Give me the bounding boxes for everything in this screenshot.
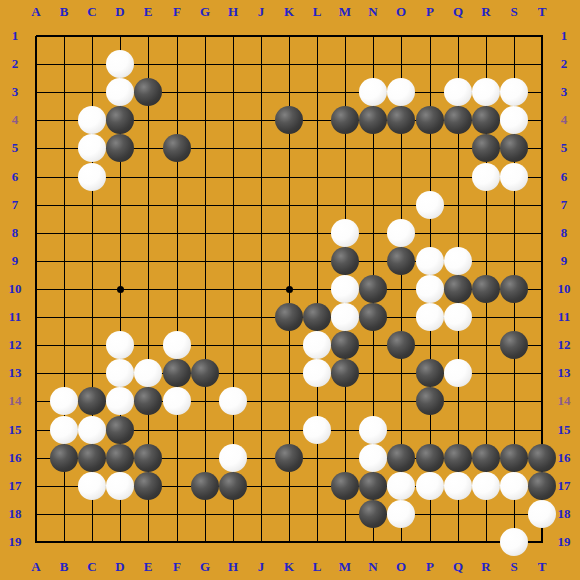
intersection-O13[interactable] (387, 359, 415, 387)
intersection-K8[interactable] (275, 219, 303, 247)
intersection-C18[interactable] (78, 500, 106, 528)
intersection-E7[interactable] (134, 191, 162, 219)
intersection-H1[interactable] (219, 22, 247, 50)
stone-black-N10 (359, 275, 387, 303)
intersection-C11[interactable] (78, 303, 106, 331)
intersection-K10[interactable] (275, 275, 303, 303)
intersection-G3[interactable] (191, 78, 219, 106)
intersection-D6[interactable] (106, 163, 134, 191)
intersection-E4[interactable] (134, 106, 162, 134)
intersection-L7[interactable] (303, 191, 331, 219)
col-label-bottom-M: M (334, 559, 356, 575)
intersection-F18[interactable] (163, 500, 191, 528)
intersection-J17[interactable] (247, 472, 275, 500)
intersection-Q15[interactable] (444, 416, 472, 444)
intersection-J19[interactable] (247, 528, 275, 556)
stone-black-H17 (219, 472, 247, 500)
col-label-bottom-R: R (475, 559, 497, 575)
intersection-O14[interactable] (387, 387, 415, 415)
intersection-J1[interactable] (247, 22, 275, 50)
intersection-C2[interactable] (78, 50, 106, 78)
stone-black-P13 (416, 359, 444, 387)
intersection-Q14[interactable] (444, 387, 472, 415)
intersection-Q5[interactable] (444, 134, 472, 162)
intersection-H7[interactable] (219, 191, 247, 219)
intersection-P3[interactable] (416, 78, 444, 106)
intersection-T4[interactable] (528, 106, 556, 134)
intersection-K1[interactable] (275, 22, 303, 50)
intersection-H6[interactable] (219, 163, 247, 191)
intersection-N13[interactable] (359, 359, 387, 387)
intersection-F4[interactable] (163, 106, 191, 134)
intersection-B12[interactable] (50, 331, 78, 359)
intersection-G11[interactable] (191, 303, 219, 331)
intersection-E15[interactable] (134, 416, 162, 444)
intersection-B2[interactable] (50, 50, 78, 78)
intersection-P15[interactable] (416, 416, 444, 444)
intersection-A1[interactable] (22, 22, 50, 50)
intersection-H19[interactable] (219, 528, 247, 556)
intersection-M16[interactable] (331, 444, 359, 472)
intersection-H5[interactable] (219, 134, 247, 162)
intersection-O5[interactable] (387, 134, 415, 162)
intersection-A2[interactable] (22, 50, 50, 78)
intersection-B3[interactable] (50, 78, 78, 106)
intersection-K7[interactable] (275, 191, 303, 219)
intersection-N1[interactable] (359, 22, 387, 50)
col-label-bottom-S: S (503, 559, 525, 575)
intersection-T9[interactable] (528, 247, 556, 275)
stone-black-E17 (134, 472, 162, 500)
intersection-O7[interactable] (387, 191, 415, 219)
intersection-G5[interactable] (191, 134, 219, 162)
intersection-C9[interactable] (78, 247, 106, 275)
intersection-B11[interactable] (50, 303, 78, 331)
intersection-N9[interactable] (359, 247, 387, 275)
intersection-C13[interactable] (78, 359, 106, 387)
intersection-M3[interactable] (331, 78, 359, 106)
intersection-Q12[interactable] (444, 331, 472, 359)
intersection-F1[interactable] (163, 22, 191, 50)
intersection-A13[interactable] (22, 359, 50, 387)
intersection-J16[interactable] (247, 444, 275, 472)
intersection-D19[interactable] (106, 528, 134, 556)
intersection-J12[interactable] (247, 331, 275, 359)
stone-black-P16 (416, 444, 444, 472)
col-label-top-F: F (166, 4, 188, 20)
intersection-L18[interactable] (303, 500, 331, 528)
intersection-M5[interactable] (331, 134, 359, 162)
intersection-J3[interactable] (247, 78, 275, 106)
intersection-O2[interactable] (387, 50, 415, 78)
intersection-F9[interactable] (163, 247, 191, 275)
stone-black-E14 (134, 387, 162, 415)
intersection-S1[interactable] (500, 22, 528, 50)
intersection-G8[interactable] (191, 219, 219, 247)
intersection-E11[interactable] (134, 303, 162, 331)
intersection-A11[interactable] (22, 303, 50, 331)
intersection-E8[interactable] (134, 219, 162, 247)
intersection-P5[interactable] (416, 134, 444, 162)
intersection-L19[interactable] (303, 528, 331, 556)
stone-white-Q9 (444, 247, 472, 275)
intersection-J5[interactable] (247, 134, 275, 162)
intersection-G9[interactable] (191, 247, 219, 275)
intersection-E6[interactable] (134, 163, 162, 191)
intersection-R9[interactable] (472, 247, 500, 275)
intersection-G15[interactable] (191, 416, 219, 444)
intersection-L17[interactable] (303, 472, 331, 500)
intersection-P19[interactable] (416, 528, 444, 556)
col-label-bottom-C: C (81, 559, 103, 575)
intersection-N7[interactable] (359, 191, 387, 219)
intersection-S9[interactable] (500, 247, 528, 275)
col-label-top-N: N (362, 4, 384, 20)
intersection-N12[interactable] (359, 331, 387, 359)
intersection-J15[interactable] (247, 416, 275, 444)
intersection-L14[interactable] (303, 387, 331, 415)
intersection-P2[interactable] (416, 50, 444, 78)
stone-white-N15 (359, 416, 387, 444)
intersection-A7[interactable] (22, 191, 50, 219)
intersection-T15[interactable] (528, 416, 556, 444)
intersection-O19[interactable] (387, 528, 415, 556)
intersection-A8[interactable] (22, 219, 50, 247)
intersection-H11[interactable] (219, 303, 247, 331)
intersection-J4[interactable] (247, 106, 275, 134)
intersection-C8[interactable] (78, 219, 106, 247)
intersection-J14[interactable] (247, 387, 275, 415)
intersection-E12[interactable] (134, 331, 162, 359)
intersection-P1[interactable] (416, 22, 444, 50)
intersection-Q7[interactable] (444, 191, 472, 219)
intersection-R18[interactable] (472, 500, 500, 528)
col-label-bottom-K: K (278, 559, 300, 575)
intersection-S18[interactable] (500, 500, 528, 528)
intersection-C19[interactable] (78, 528, 106, 556)
intersection-L1[interactable] (303, 22, 331, 50)
intersection-H15[interactable] (219, 416, 247, 444)
stone-black-T17 (528, 472, 556, 500)
intersection-E10[interactable] (134, 275, 162, 303)
intersection-A5[interactable] (22, 134, 50, 162)
intersection-M15[interactable] (331, 416, 359, 444)
intersection-J13[interactable] (247, 359, 275, 387)
intersection-C10[interactable] (78, 275, 106, 303)
intersection-H4[interactable] (219, 106, 247, 134)
intersection-Q6[interactable] (444, 163, 472, 191)
intersection-F8[interactable] (163, 219, 191, 247)
intersection-R13[interactable] (472, 359, 500, 387)
stone-black-D5 (106, 134, 134, 162)
intersection-H13[interactable] (219, 359, 247, 387)
intersection-G10[interactable] (191, 275, 219, 303)
intersection-E5[interactable] (134, 134, 162, 162)
intersection-L3[interactable] (303, 78, 331, 106)
col-label-bottom-O: O (390, 559, 412, 575)
intersection-A18[interactable] (22, 500, 50, 528)
intersection-G19[interactable] (191, 528, 219, 556)
intersection-F17[interactable] (163, 472, 191, 500)
intersection-K13[interactable] (275, 359, 303, 387)
stone-black-K16 (275, 444, 303, 472)
intersection-C3[interactable] (78, 78, 106, 106)
intersection-S11[interactable] (500, 303, 528, 331)
intersection-A9[interactable] (22, 247, 50, 275)
intersection-R2[interactable] (472, 50, 500, 78)
intersection-K5[interactable] (275, 134, 303, 162)
intersection-D9[interactable] (106, 247, 134, 275)
intersection-O10[interactable] (387, 275, 415, 303)
intersection-G14[interactable] (191, 387, 219, 415)
intersection-A4[interactable] (22, 106, 50, 134)
intersection-A16[interactable] (22, 444, 50, 472)
intersection-C1[interactable] (78, 22, 106, 50)
intersection-L9[interactable] (303, 247, 331, 275)
intersection-T2[interactable] (528, 50, 556, 78)
intersection-M19[interactable] (331, 528, 359, 556)
stone-black-R4 (472, 106, 500, 134)
intersection-J2[interactable] (247, 50, 275, 78)
intersection-R1[interactable] (472, 22, 500, 50)
col-label-top-M: M (334, 4, 356, 20)
col-label-top-S: S (503, 4, 525, 20)
col-label-bottom-F: F (166, 559, 188, 575)
intersection-T13[interactable] (528, 359, 556, 387)
intersection-J9[interactable] (247, 247, 275, 275)
intersection-S8[interactable] (500, 219, 528, 247)
intersection-H8[interactable] (219, 219, 247, 247)
intersection-L5[interactable] (303, 134, 331, 162)
intersection-F10[interactable] (163, 275, 191, 303)
intersection-K2[interactable] (275, 50, 303, 78)
intersection-K18[interactable] (275, 500, 303, 528)
intersection-L10[interactable] (303, 275, 331, 303)
intersection-S7[interactable] (500, 191, 528, 219)
intersection-J8[interactable] (247, 219, 275, 247)
intersection-A17[interactable] (22, 472, 50, 500)
intersection-F19[interactable] (163, 528, 191, 556)
intersection-L4[interactable] (303, 106, 331, 134)
intersection-T10[interactable] (528, 275, 556, 303)
intersection-B5[interactable] (50, 134, 78, 162)
intersection-S15[interactable] (500, 416, 528, 444)
stone-white-B14 (50, 387, 78, 415)
stone-black-D4 (106, 106, 134, 134)
intersection-M18[interactable] (331, 500, 359, 528)
intersection-N2[interactable] (359, 50, 387, 78)
intersection-M6[interactable] (331, 163, 359, 191)
intersection-C12[interactable] (78, 331, 106, 359)
intersection-Q2[interactable] (444, 50, 472, 78)
intersection-H9[interactable] (219, 247, 247, 275)
intersection-R14[interactable] (472, 387, 500, 415)
intersection-H10[interactable] (219, 275, 247, 303)
intersection-M7[interactable] (331, 191, 359, 219)
intersection-H18[interactable] (219, 500, 247, 528)
intersection-B13[interactable] (50, 359, 78, 387)
intersection-L6[interactable] (303, 163, 331, 191)
intersection-P6[interactable] (416, 163, 444, 191)
intersection-R12[interactable] (472, 331, 500, 359)
intersection-A12[interactable] (22, 331, 50, 359)
intersection-K19[interactable] (275, 528, 303, 556)
intersection-A14[interactable] (22, 387, 50, 415)
intersection-T19[interactable] (528, 528, 556, 556)
intersection-B18[interactable] (50, 500, 78, 528)
intersection-T12[interactable] (528, 331, 556, 359)
intersection-O11[interactable] (387, 303, 415, 331)
intersection-T6[interactable] (528, 163, 556, 191)
intersection-K3[interactable] (275, 78, 303, 106)
stone-white-T18 (528, 500, 556, 528)
intersection-K14[interactable] (275, 387, 303, 415)
intersection-P12[interactable] (416, 331, 444, 359)
intersection-B1[interactable] (50, 22, 78, 50)
intersection-T5[interactable] (528, 134, 556, 162)
stone-black-D15 (106, 416, 134, 444)
intersection-A6[interactable] (22, 163, 50, 191)
intersection-J18[interactable] (247, 500, 275, 528)
intersection-H3[interactable] (219, 78, 247, 106)
intersection-A10[interactable] (22, 275, 50, 303)
stone-white-S4 (500, 106, 528, 134)
intersection-P8[interactable] (416, 219, 444, 247)
stone-white-C17 (78, 472, 106, 500)
intersection-E1[interactable] (134, 22, 162, 50)
intersection-O15[interactable] (387, 416, 415, 444)
intersection-J7[interactable] (247, 191, 275, 219)
intersection-B10[interactable] (50, 275, 78, 303)
intersection-K15[interactable] (275, 416, 303, 444)
intersection-B17[interactable] (50, 472, 78, 500)
intersection-A3[interactable] (22, 78, 50, 106)
intersection-G4[interactable] (191, 106, 219, 134)
intersection-A19[interactable] (22, 528, 50, 556)
intersection-D7[interactable] (106, 191, 134, 219)
intersection-T14[interactable] (528, 387, 556, 415)
intersection-L8[interactable] (303, 219, 331, 247)
intersection-T11[interactable] (528, 303, 556, 331)
intersection-K12[interactable] (275, 331, 303, 359)
intersection-G12[interactable] (191, 331, 219, 359)
intersection-D11[interactable] (106, 303, 134, 331)
intersection-A15[interactable] (22, 416, 50, 444)
intersection-F7[interactable] (163, 191, 191, 219)
intersection-G18[interactable] (191, 500, 219, 528)
intersection-M1[interactable] (331, 22, 359, 50)
stone-white-S6 (500, 163, 528, 191)
intersection-O1[interactable] (387, 22, 415, 50)
intersection-T7[interactable] (528, 191, 556, 219)
intersection-P18[interactable] (416, 500, 444, 528)
intersection-N8[interactable] (359, 219, 387, 247)
intersection-Q18[interactable] (444, 500, 472, 528)
intersection-B8[interactable] (50, 219, 78, 247)
intersection-J10[interactable] (247, 275, 275, 303)
intersection-Q19[interactable] (444, 528, 472, 556)
intersection-S13[interactable] (500, 359, 528, 387)
intersection-G16[interactable] (191, 444, 219, 472)
intersection-D1[interactable] (106, 22, 134, 50)
intersection-E19[interactable] (134, 528, 162, 556)
intersection-H2[interactable] (219, 50, 247, 78)
intersection-R7[interactable] (472, 191, 500, 219)
stone-black-M13 (331, 359, 359, 387)
intersection-S14[interactable] (500, 387, 528, 415)
intersection-R19[interactable] (472, 528, 500, 556)
intersection-G1[interactable] (191, 22, 219, 50)
intersection-T1[interactable] (528, 22, 556, 50)
intersection-F3[interactable] (163, 78, 191, 106)
col-label-top-Q: Q (447, 4, 469, 20)
stone-white-M11 (331, 303, 359, 331)
intersection-T8[interactable] (528, 219, 556, 247)
intersection-B6[interactable] (50, 163, 78, 191)
intersection-C7[interactable] (78, 191, 106, 219)
intersection-K9[interactable] (275, 247, 303, 275)
intersection-G2[interactable] (191, 50, 219, 78)
intersection-K17[interactable] (275, 472, 303, 500)
intersection-B9[interactable] (50, 247, 78, 275)
intersection-N14[interactable] (359, 387, 387, 415)
intersection-D18[interactable] (106, 500, 134, 528)
intersection-K6[interactable] (275, 163, 303, 191)
intersection-T3[interactable] (528, 78, 556, 106)
intersection-L2[interactable] (303, 50, 331, 78)
intersection-F11[interactable] (163, 303, 191, 331)
intersection-E2[interactable] (134, 50, 162, 78)
intersection-D10[interactable] (106, 275, 134, 303)
stone-white-E13 (134, 359, 162, 387)
intersection-B19[interactable] (50, 528, 78, 556)
intersection-E9[interactable] (134, 247, 162, 275)
stone-white-P17 (416, 472, 444, 500)
stone-white-O8 (387, 219, 415, 247)
intersection-N19[interactable] (359, 528, 387, 556)
intersection-B4[interactable] (50, 106, 78, 134)
intersection-R15[interactable] (472, 416, 500, 444)
intersection-E18[interactable] (134, 500, 162, 528)
intersection-B7[interactable] (50, 191, 78, 219)
stone-black-N4 (359, 106, 387, 134)
intersection-F16[interactable] (163, 444, 191, 472)
intersection-D8[interactable] (106, 219, 134, 247)
stone-black-M12 (331, 331, 359, 359)
intersection-O6[interactable] (387, 163, 415, 191)
intersection-M14[interactable] (331, 387, 359, 415)
intersection-R11[interactable] (472, 303, 500, 331)
intersection-M2[interactable] (331, 50, 359, 78)
stone-black-O9 (387, 247, 415, 275)
intersection-N6[interactable] (359, 163, 387, 191)
intersection-N5[interactable] (359, 134, 387, 162)
intersection-J6[interactable] (247, 163, 275, 191)
intersection-G6[interactable] (191, 163, 219, 191)
stone-white-D17 (106, 472, 134, 500)
intersection-S2[interactable] (500, 50, 528, 78)
intersection-F2[interactable] (163, 50, 191, 78)
intersection-H12[interactable] (219, 331, 247, 359)
intersection-F6[interactable] (163, 163, 191, 191)
intersection-L16[interactable] (303, 444, 331, 472)
intersection-J11[interactable] (247, 303, 275, 331)
intersection-G7[interactable] (191, 191, 219, 219)
intersection-F15[interactable] (163, 416, 191, 444)
intersection-Q8[interactable] (444, 219, 472, 247)
intersection-Q1[interactable] (444, 22, 472, 50)
intersection-R8[interactable] (472, 219, 500, 247)
